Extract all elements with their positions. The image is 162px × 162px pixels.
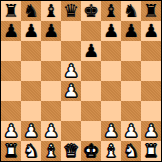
black-queen-icon: ♛ bbox=[61, 1, 81, 21]
square-a1[interactable]: ♜ bbox=[1, 141, 21, 161]
white-pawn-icon: ♟ bbox=[101, 121, 121, 141]
square-d4[interactable]: ♟ bbox=[61, 81, 81, 101]
square-a3[interactable] bbox=[1, 101, 21, 121]
white-knight-icon: ♞ bbox=[121, 141, 141, 161]
square-c3[interactable] bbox=[41, 101, 61, 121]
square-h6[interactable] bbox=[141, 41, 161, 61]
white-knight-icon: ♞ bbox=[21, 141, 41, 161]
square-g6[interactable] bbox=[121, 41, 141, 61]
chess-board: ♜♞♝♛♚♝♞♜♟♟♟♟♟♟♟♟♟♟♟♟♟♟♟♜♞♝♛♚♝♞♜ bbox=[0, 0, 162, 162]
square-g7[interactable]: ♟ bbox=[121, 21, 141, 41]
square-c5[interactable] bbox=[41, 61, 61, 81]
square-h8[interactable]: ♜ bbox=[141, 1, 161, 21]
square-g2[interactable]: ♟ bbox=[121, 121, 141, 141]
black-pawn-icon: ♟ bbox=[101, 21, 121, 41]
white-rook-icon: ♜ bbox=[141, 141, 161, 161]
black-rook-icon: ♜ bbox=[141, 1, 161, 21]
white-rook-icon: ♜ bbox=[1, 141, 21, 161]
black-king-icon: ♚ bbox=[81, 1, 101, 21]
square-e8[interactable]: ♚ bbox=[81, 1, 101, 21]
black-rook-icon: ♜ bbox=[1, 1, 21, 21]
square-a2[interactable]: ♟ bbox=[1, 121, 21, 141]
square-e6[interactable]: ♟ bbox=[81, 41, 101, 61]
black-pawn-icon: ♟ bbox=[121, 21, 141, 41]
square-c6[interactable] bbox=[41, 41, 61, 61]
square-g5[interactable] bbox=[121, 61, 141, 81]
square-h4[interactable] bbox=[141, 81, 161, 101]
square-f1[interactable]: ♝ bbox=[101, 141, 121, 161]
white-pawn-icon: ♟ bbox=[121, 121, 141, 141]
square-h7[interactable]: ♟ bbox=[141, 21, 161, 41]
square-a6[interactable] bbox=[1, 41, 21, 61]
black-knight-icon: ♞ bbox=[21, 1, 41, 21]
black-pawn-icon: ♟ bbox=[21, 21, 41, 41]
white-pawn-icon: ♟ bbox=[1, 121, 21, 141]
square-b8[interactable]: ♞ bbox=[21, 1, 41, 21]
black-pawn-icon: ♟ bbox=[1, 21, 21, 41]
square-d8[interactable]: ♛ bbox=[61, 1, 81, 21]
black-bishop-icon: ♝ bbox=[41, 1, 61, 21]
square-b5[interactable] bbox=[21, 61, 41, 81]
white-pawn-icon: ♟ bbox=[61, 61, 81, 81]
black-pawn-icon: ♟ bbox=[81, 41, 101, 61]
square-h2[interactable]: ♟ bbox=[141, 121, 161, 141]
square-b3[interactable] bbox=[21, 101, 41, 121]
square-f7[interactable]: ♟ bbox=[101, 21, 121, 41]
square-c2[interactable]: ♟ bbox=[41, 121, 61, 141]
square-g3[interactable] bbox=[121, 101, 141, 121]
square-e5[interactable] bbox=[81, 61, 101, 81]
white-pawn-icon: ♟ bbox=[21, 121, 41, 141]
square-h5[interactable] bbox=[141, 61, 161, 81]
white-pawn-icon: ♟ bbox=[61, 81, 81, 101]
square-f8[interactable]: ♝ bbox=[101, 1, 121, 21]
square-d5[interactable]: ♟ bbox=[61, 61, 81, 81]
square-f5[interactable] bbox=[101, 61, 121, 81]
square-e2[interactable] bbox=[81, 121, 101, 141]
square-g8[interactable]: ♞ bbox=[121, 1, 141, 21]
square-d1[interactable]: ♛ bbox=[61, 141, 81, 161]
chess-board-container: ♜♞♝♛♚♝♞♜♟♟♟♟♟♟♟♟♟♟♟♟♟♟♟♜♞♝♛♚♝♞♜ bbox=[0, 0, 162, 162]
square-d3[interactable] bbox=[61, 101, 81, 121]
square-e7[interactable] bbox=[81, 21, 101, 41]
square-f4[interactable] bbox=[101, 81, 121, 101]
square-c8[interactable]: ♝ bbox=[41, 1, 61, 21]
square-a8[interactable]: ♜ bbox=[1, 1, 21, 21]
square-e1[interactable]: ♚ bbox=[81, 141, 101, 161]
square-f6[interactable] bbox=[101, 41, 121, 61]
white-bishop-icon: ♝ bbox=[41, 141, 61, 161]
square-f3[interactable] bbox=[101, 101, 121, 121]
square-b2[interactable]: ♟ bbox=[21, 121, 41, 141]
square-h3[interactable] bbox=[141, 101, 161, 121]
white-king-icon: ♚ bbox=[81, 141, 101, 161]
square-f2[interactable]: ♟ bbox=[101, 121, 121, 141]
square-d2[interactable] bbox=[61, 121, 81, 141]
square-b4[interactable] bbox=[21, 81, 41, 101]
square-g4[interactable] bbox=[121, 81, 141, 101]
square-b7[interactable]: ♟ bbox=[21, 21, 41, 41]
square-a7[interactable]: ♟ bbox=[1, 21, 21, 41]
white-pawn-icon: ♟ bbox=[141, 121, 161, 141]
white-bishop-icon: ♝ bbox=[101, 141, 121, 161]
white-pawn-icon: ♟ bbox=[41, 121, 61, 141]
white-queen-icon: ♛ bbox=[61, 141, 81, 161]
black-knight-icon: ♞ bbox=[121, 1, 141, 21]
square-b1[interactable]: ♞ bbox=[21, 141, 41, 161]
black-bishop-icon: ♝ bbox=[101, 1, 121, 21]
square-c7[interactable]: ♟ bbox=[41, 21, 61, 41]
square-g1[interactable]: ♞ bbox=[121, 141, 141, 161]
square-h1[interactable]: ♜ bbox=[141, 141, 161, 161]
square-e4[interactable] bbox=[81, 81, 101, 101]
square-a5[interactable] bbox=[1, 61, 21, 81]
square-c1[interactable]: ♝ bbox=[41, 141, 61, 161]
square-c4[interactable] bbox=[41, 81, 61, 101]
black-pawn-icon: ♟ bbox=[41, 21, 61, 41]
square-e3[interactable] bbox=[81, 101, 101, 121]
square-d6[interactable] bbox=[61, 41, 81, 61]
square-a4[interactable] bbox=[1, 81, 21, 101]
square-b6[interactable] bbox=[21, 41, 41, 61]
black-pawn-icon: ♟ bbox=[141, 21, 161, 41]
square-d7[interactable] bbox=[61, 21, 81, 41]
